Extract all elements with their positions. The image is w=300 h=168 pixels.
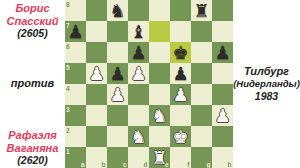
piece-black-pawn: ♟ xyxy=(128,42,149,63)
rank-label-5: 5 xyxy=(66,64,70,71)
square-d4[interactable] xyxy=(128,84,149,105)
square-g8[interactable]: ♜ xyxy=(191,0,212,21)
bottom-player-rating: (2620) xyxy=(0,154,65,167)
rank-label-4: 4 xyxy=(66,85,70,92)
left-panel-bottom-player: Рафаэля Ваганяна (2620) xyxy=(0,129,65,167)
square-e7[interactable] xyxy=(149,21,170,42)
square-d3[interactable] xyxy=(128,105,149,126)
square-b8[interactable] xyxy=(86,0,107,21)
square-d8[interactable] xyxy=(128,0,149,21)
file-label-a: a xyxy=(81,161,85,168)
file-label-c: c xyxy=(123,161,127,168)
square-c6[interactable] xyxy=(107,42,128,63)
square-d5[interactable]: ♟ xyxy=(128,63,149,84)
piece-black-pawn: ♟ xyxy=(212,42,233,63)
square-e5[interactable] xyxy=(149,63,170,84)
square-c2[interactable] xyxy=(107,126,128,147)
piece-black-pawn: ♟ xyxy=(170,63,191,84)
piece-black-rook: ♜ xyxy=(191,0,212,21)
file-label-b: b xyxy=(102,161,106,168)
square-h4[interactable] xyxy=(212,84,233,105)
file-label-g: g xyxy=(207,161,211,168)
square-e8[interactable] xyxy=(149,0,170,21)
square-g7[interactable] xyxy=(191,21,212,42)
square-c4[interactable]: ♟ xyxy=(107,84,128,105)
piece-white-king: ♚ xyxy=(170,126,191,147)
rank-label-1: 1 xyxy=(66,148,70,155)
rank-label-8: 8 xyxy=(66,1,70,8)
square-g1[interactable]: g xyxy=(191,147,212,168)
bottom-player-last-name: Ваганяна xyxy=(0,142,65,155)
square-c8[interactable]: ♞ xyxy=(107,0,128,21)
piece-black-pawn: ♟ xyxy=(107,63,128,84)
rank-label-2: 2 xyxy=(66,127,70,134)
square-a1[interactable]: 1a xyxy=(65,147,86,168)
file-label-h: h xyxy=(228,161,232,168)
square-e4[interactable] xyxy=(149,84,170,105)
left-panel-top-player: Борис Спасский (2605) xyxy=(0,2,65,40)
square-g3[interactable] xyxy=(191,105,212,126)
square-c3[interactable] xyxy=(107,105,128,126)
bottom-player-first-name: Рафаэля xyxy=(0,129,65,142)
square-g4[interactable] xyxy=(191,84,212,105)
square-b5[interactable]: ♟ xyxy=(86,63,107,84)
rank-label-7: 7 xyxy=(66,22,70,29)
piece-white-knight: ♞ xyxy=(128,126,149,147)
square-b1[interactable]: b xyxy=(86,147,107,168)
event-city: Тилбург xyxy=(233,65,300,78)
square-f5[interactable]: ♟ xyxy=(170,63,191,84)
square-h2[interactable] xyxy=(212,126,233,147)
square-a4[interactable]: 4 xyxy=(65,84,86,105)
square-f8[interactable] xyxy=(170,0,191,21)
file-label-f: f xyxy=(187,161,189,168)
square-e3[interactable]: ♞ xyxy=(149,105,170,126)
square-b4[interactable] xyxy=(86,84,107,105)
square-a5[interactable]: 5 xyxy=(65,63,86,84)
rank-label-3: 3 xyxy=(66,106,70,113)
square-a3[interactable]: 3 xyxy=(65,105,86,126)
file-label-d: d xyxy=(144,161,148,168)
piece-white-pawn: ♟ xyxy=(212,105,233,126)
square-f2[interactable]: ♚ xyxy=(170,126,191,147)
square-h7[interactable] xyxy=(212,21,233,42)
square-f6[interactable]: ♚ xyxy=(170,42,191,63)
square-g6[interactable] xyxy=(191,42,212,63)
square-h8[interactable] xyxy=(212,0,233,21)
square-b6[interactable] xyxy=(86,42,107,63)
square-a8[interactable]: 8 xyxy=(65,0,86,21)
square-f7[interactable] xyxy=(170,21,191,42)
square-h1[interactable]: h xyxy=(212,147,233,168)
piece-white-pawn: ♟ xyxy=(170,84,191,105)
square-e6[interactable] xyxy=(149,42,170,63)
square-a2[interactable]: 2 xyxy=(65,126,86,147)
square-h5[interactable] xyxy=(212,63,233,84)
square-c5[interactable]: ♟ xyxy=(107,63,128,84)
square-e2[interactable] xyxy=(149,126,170,147)
piece-white-pawn: ♟ xyxy=(128,63,149,84)
square-b3[interactable] xyxy=(86,105,107,126)
square-h3[interactable]: ♟ xyxy=(212,105,233,126)
square-b2[interactable] xyxy=(86,126,107,147)
square-d2[interactable]: ♞ xyxy=(128,126,149,147)
square-f3[interactable] xyxy=(170,105,191,126)
file-label-e: e xyxy=(165,161,169,168)
square-g2[interactable] xyxy=(191,126,212,147)
chess-board: 8♞♜7♟♝6♟♚♟5♟♟♟♟4♟♟3♞♟2♞♚1abcde♜fgh xyxy=(65,0,233,168)
thumbnail: Борис Спасский (2605) против Рафаэля Ваг… xyxy=(0,0,300,168)
event-country: (Нидерланды) xyxy=(233,78,300,91)
right-panel-event: Тилбург (Нидерланды) 1983 xyxy=(233,65,300,103)
top-player-first-name: Борис xyxy=(0,2,65,15)
square-d1[interactable]: d xyxy=(128,147,149,168)
square-c7[interactable] xyxy=(107,21,128,42)
square-a6[interactable]: 6 xyxy=(65,42,86,63)
square-d6[interactable]: ♟ xyxy=(128,42,149,63)
square-f1[interactable]: f xyxy=(170,147,191,168)
square-f4[interactable]: ♟ xyxy=(170,84,191,105)
piece-black-king: ♚ xyxy=(170,42,191,63)
piece-white-knight: ♞ xyxy=(149,105,170,126)
square-g5[interactable] xyxy=(191,63,212,84)
event-year: 1983 xyxy=(233,90,300,103)
piece-black-bishop: ♝ xyxy=(128,21,149,42)
rank-label-6: 6 xyxy=(66,43,70,50)
piece-black-knight: ♞ xyxy=(107,0,128,21)
piece-white-pawn: ♟ xyxy=(86,63,107,84)
square-h6[interactable]: ♟ xyxy=(212,42,233,63)
top-player-rating: (2605) xyxy=(0,27,65,40)
square-c1[interactable]: c xyxy=(107,147,128,168)
square-a7[interactable]: 7♟ xyxy=(65,21,86,42)
top-player-last-name: Спасский xyxy=(0,15,65,28)
square-b7[interactable] xyxy=(86,21,107,42)
square-d7[interactable]: ♝ xyxy=(128,21,149,42)
square-e1[interactable]: e♜ xyxy=(149,147,170,168)
piece-white-pawn: ♟ xyxy=(107,84,128,105)
vs-label: против xyxy=(0,77,65,90)
vs-label-block: против xyxy=(0,77,65,90)
